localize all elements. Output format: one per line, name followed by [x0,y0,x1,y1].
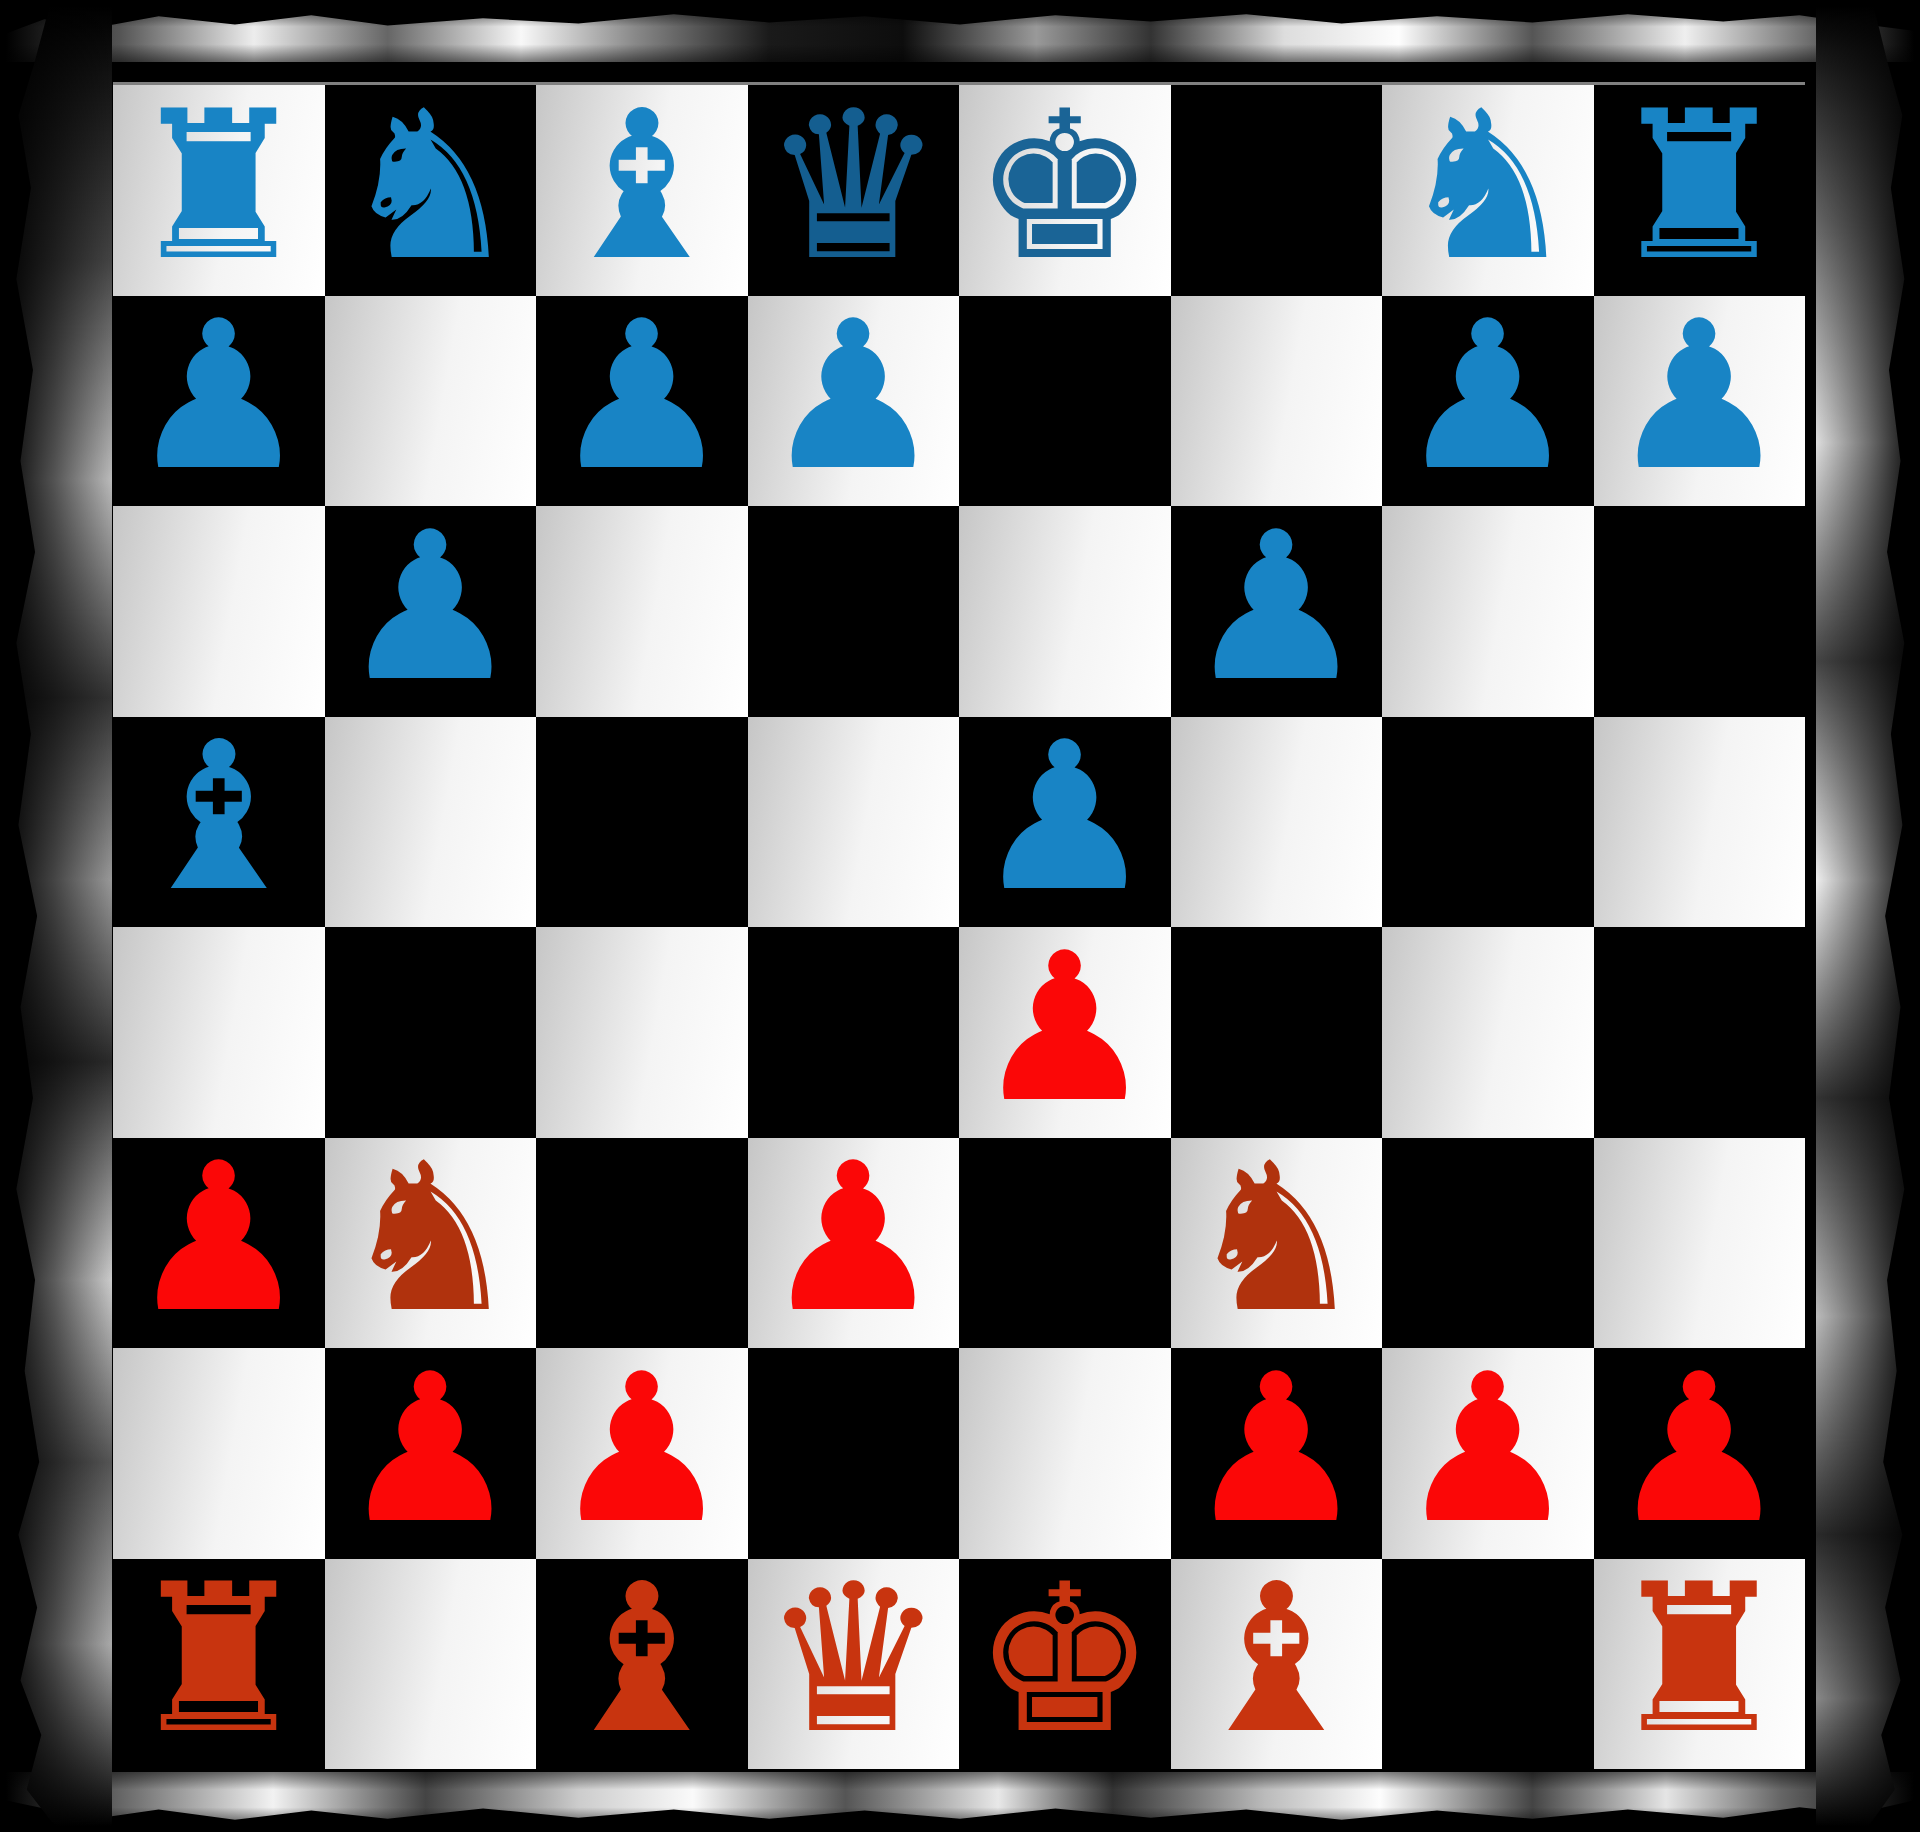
square-h3[interactable] [1594,1138,1806,1349]
square-d2[interactable] [748,1348,960,1559]
square-c5[interactable] [536,717,748,928]
piece-blue-pawn[interactable]: ♟ [1396,296,1580,500]
piece-red-pawn[interactable]: ♟ [973,927,1157,1131]
piece-red-knight[interactable]: ♞ [338,1138,522,1342]
square-c1[interactable]: ♝ [536,1559,748,1770]
piece-red-pawn[interactable]: ♟ [1184,1348,1368,1552]
piece-red-pawn[interactable]: ♟ [1607,1348,1791,1552]
square-f5[interactable] [1171,717,1383,928]
square-a4[interactable] [113,927,325,1138]
square-c6[interactable] [536,506,748,717]
square-f6[interactable]: ♟ [1171,506,1383,717]
square-b1[interactable] [325,1559,537,1770]
board: ♜♞♝♛♚♞♜♟♟♟♟♟♟♟♝♟♟♟♞♟♞♟♟♟♟♟♜♝♛♚♝♜ [113,82,1805,1769]
piece-red-pawn[interactable]: ♟ [761,1138,945,1342]
piece-blue-knight[interactable]: ♞ [1396,85,1580,289]
square-h1[interactable]: ♜ [1594,1559,1806,1770]
square-b2[interactable]: ♟ [325,1348,537,1559]
square-e5[interactable]: ♟ [959,717,1171,928]
square-f4[interactable] [1171,927,1383,1138]
square-h8[interactable]: ♜ [1594,85,1806,296]
metal-frame-top [6,10,1914,62]
square-a7[interactable]: ♟ [113,296,325,507]
square-e4[interactable]: ♟ [959,927,1171,1138]
metal-frame-bottom [6,1772,1914,1824]
square-a8[interactable]: ♜ [113,85,325,296]
square-g2[interactable]: ♟ [1382,1348,1594,1559]
square-e7[interactable] [959,296,1171,507]
piece-blue-pawn[interactable]: ♟ [550,296,734,500]
square-h2[interactable]: ♟ [1594,1348,1806,1559]
square-d1[interactable]: ♛ [748,1559,960,1770]
square-h5[interactable] [1594,717,1806,928]
piece-red-rook[interactable]: ♜ [1607,1559,1791,1763]
square-c7[interactable]: ♟ [536,296,748,507]
piece-blue-pawn[interactable]: ♟ [338,506,522,710]
square-e6[interactable] [959,506,1171,717]
piece-blue-pawn[interactable]: ♟ [127,296,311,500]
piece-blue-rook[interactable]: ♜ [1607,85,1791,289]
piece-blue-bishop[interactable]: ♝ [127,717,311,921]
piece-blue-rook[interactable]: ♜ [127,85,311,289]
piece-red-pawn[interactable]: ♟ [550,1348,734,1552]
piece-red-knight[interactable]: ♞ [1184,1138,1368,1342]
square-g3[interactable] [1382,1138,1594,1349]
square-g8[interactable]: ♞ [1382,85,1594,296]
square-a2[interactable] [113,1348,325,1559]
square-f2[interactable]: ♟ [1171,1348,1383,1559]
square-g7[interactable]: ♟ [1382,296,1594,507]
square-g6[interactable] [1382,506,1594,717]
chess-app: ♜♞♝♛♚♞♜♟♟♟♟♟♟♟♝♟♟♟♞♟♞♟♟♟♟♟♜♝♛♚♝♜ [0,0,1920,1832]
square-h6[interactable] [1594,506,1806,717]
square-h4[interactable] [1594,927,1806,1138]
square-b6[interactable]: ♟ [325,506,537,717]
square-c4[interactable] [536,927,748,1138]
square-b7[interactable] [325,296,537,507]
piece-red-bishop[interactable]: ♝ [1184,1559,1368,1763]
piece-red-king[interactable]: ♚ [973,1559,1157,1763]
square-d6[interactable] [748,506,960,717]
square-a1[interactable]: ♜ [113,1559,325,1770]
piece-blue-knight[interactable]: ♞ [338,85,522,289]
square-e1[interactable]: ♚ [959,1559,1171,1770]
square-f8[interactable] [1171,85,1383,296]
square-g5[interactable] [1382,717,1594,928]
square-e3[interactable] [959,1138,1171,1349]
square-c3[interactable] [536,1138,748,1349]
square-g1[interactable] [1382,1559,1594,1770]
metal-frame-left [8,6,112,1826]
square-c8[interactable]: ♝ [536,85,748,296]
square-h7[interactable]: ♟ [1594,296,1806,507]
piece-red-queen[interactable]: ♛ [761,1559,945,1763]
square-f3[interactable]: ♞ [1171,1138,1383,1349]
piece-red-pawn[interactable]: ♟ [338,1348,522,1552]
piece-blue-pawn[interactable]: ♟ [1607,296,1791,500]
piece-red-bishop[interactable]: ♝ [550,1559,734,1763]
piece-blue-queen[interactable]: ♛ [761,85,945,289]
square-f7[interactable] [1171,296,1383,507]
piece-blue-king[interactable]: ♚ [973,85,1157,289]
piece-red-rook[interactable]: ♜ [127,1559,311,1763]
square-g4[interactable] [1382,927,1594,1138]
square-c2[interactable]: ♟ [536,1348,748,1559]
piece-red-pawn[interactable]: ♟ [1396,1348,1580,1552]
square-a6[interactable] [113,506,325,717]
square-f1[interactable]: ♝ [1171,1559,1383,1770]
square-e8[interactable]: ♚ [959,85,1171,296]
piece-blue-pawn[interactable]: ♟ [973,717,1157,921]
piece-blue-pawn[interactable]: ♟ [761,296,945,500]
square-d8[interactable]: ♛ [748,85,960,296]
square-b3[interactable]: ♞ [325,1138,537,1349]
piece-blue-bishop[interactable]: ♝ [550,85,734,289]
square-b8[interactable]: ♞ [325,85,537,296]
square-b4[interactable] [325,927,537,1138]
square-d7[interactable]: ♟ [748,296,960,507]
square-d3[interactable]: ♟ [748,1138,960,1349]
square-e2[interactable] [959,1348,1171,1559]
square-a5[interactable]: ♝ [113,717,325,928]
piece-blue-pawn[interactable]: ♟ [1184,506,1368,710]
square-d5[interactable] [748,717,960,928]
square-d4[interactable] [748,927,960,1138]
metal-frame-right [1816,6,1912,1826]
square-a3[interactable]: ♟ [113,1138,325,1349]
square-b5[interactable] [325,717,537,928]
piece-red-pawn[interactable]: ♟ [127,1138,311,1342]
